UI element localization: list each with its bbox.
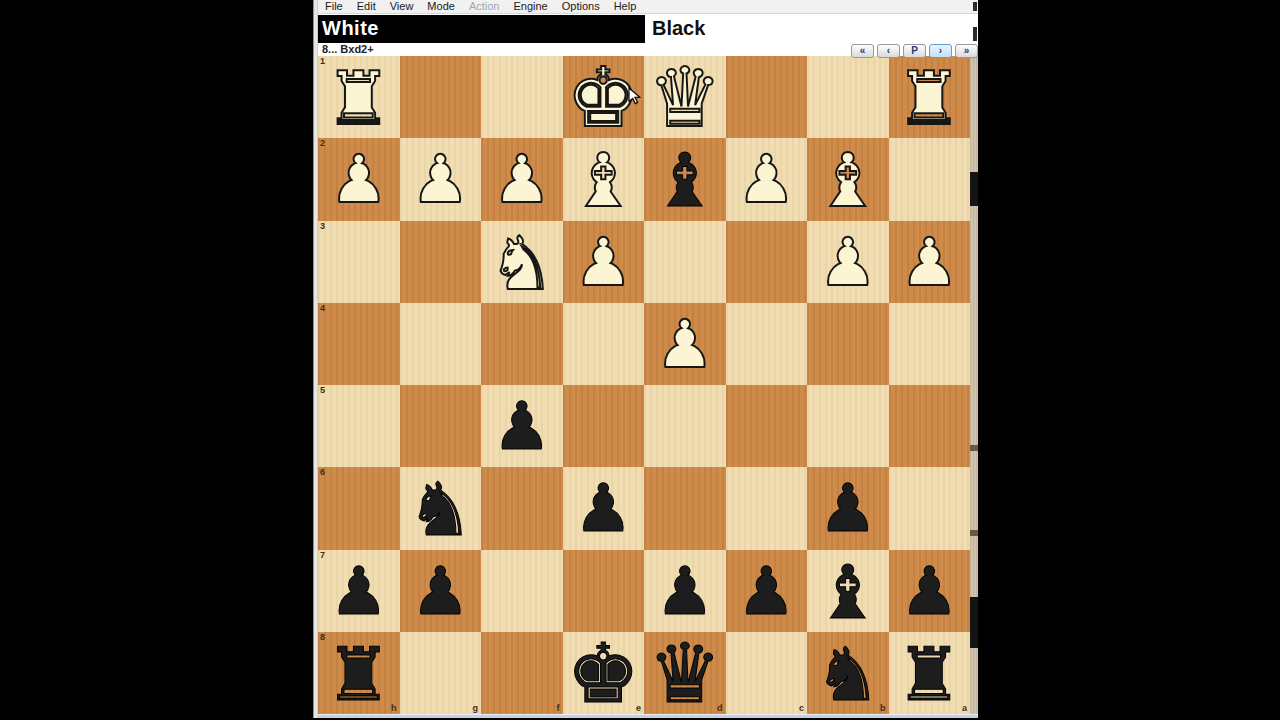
black-rook-h8[interactable]: ♜ <box>326 635 392 711</box>
square-e8[interactable]: e♚ <box>563 632 645 714</box>
square-g2[interactable]: ♟ <box>400 138 482 220</box>
square-a6[interactable] <box>889 467 971 549</box>
cutoff-panel-fragment <box>970 597 978 648</box>
letterbox-stage: FileEditViewModeActionEngineOptionsHelp … <box>0 0 1280 720</box>
white-rook-h1[interactable]: ♜ <box>326 59 392 135</box>
black-pawn-g7[interactable]: ♟ <box>411 557 470 625</box>
rank-label-3: 3 <box>320 221 325 231</box>
menu-item-help[interactable]: Help <box>607 0 644 13</box>
black-pawn-h7[interactable]: ♟ <box>329 557 388 625</box>
square-h8[interactable]: 8h♜ <box>318 632 400 714</box>
black-pawn-f5[interactable]: ♟ <box>492 392 551 460</box>
square-b1[interactable] <box>807 56 889 138</box>
square-d1[interactable]: ♛ <box>644 56 726 138</box>
file-label-e: e <box>636 703 641 713</box>
mouse-cursor-icon <box>628 87 641 105</box>
white-rook-a1[interactable]: ♜ <box>896 59 962 135</box>
square-c6[interactable] <box>726 467 808 549</box>
square-g6[interactable]: ♞ <box>400 467 482 549</box>
square-h6[interactable]: 6 <box>318 467 400 549</box>
square-g1[interactable] <box>400 56 482 138</box>
black-pawn-b6[interactable]: ♟ <box>818 474 877 542</box>
square-c2[interactable]: ♟ <box>726 138 808 220</box>
file-label-a: a <box>962 703 967 713</box>
white-pawn-a3[interactable]: ♟ <box>900 228 959 296</box>
white-bishop-e2[interactable]: ♝ <box>570 141 636 217</box>
square-a4[interactable] <box>889 303 971 385</box>
nav-play-button[interactable]: P <box>903 44 926 58</box>
file-label-b: b <box>880 703 886 713</box>
square-c7[interactable]: ♟ <box>726 550 808 632</box>
menu-bar: FileEditViewModeActionEngineOptionsHelp <box>318 0 978 14</box>
square-b3[interactable]: ♟ <box>807 221 889 303</box>
nav-button-group: «‹P›» <box>851 44 978 58</box>
cutoff-right-panel <box>970 56 978 714</box>
rank-label-7: 7 <box>320 550 325 560</box>
rank-label-2: 2 <box>320 138 325 148</box>
square-g8[interactable]: g <box>400 632 482 714</box>
chess-app-window: FileEditViewModeActionEngineOptionsHelp … <box>313 0 978 718</box>
nav-start-button[interactable]: « <box>851 44 874 58</box>
square-g7[interactable]: ♟ <box>400 550 482 632</box>
white-queen-d1[interactable]: ♛ <box>648 56 722 138</box>
square-g5[interactable] <box>400 385 482 467</box>
white-pawn-e3[interactable]: ♟ <box>574 228 633 296</box>
player-header: White Black <box>318 15 978 43</box>
square-b7[interactable]: ♝ <box>807 550 889 632</box>
white-knight-f3[interactable]: ♞ <box>489 224 555 300</box>
square-d2[interactable]: ♝ <box>644 138 726 220</box>
white-player-label: White <box>318 15 645 43</box>
cutoff-panel-fragment <box>970 172 978 206</box>
white-pawn-f2[interactable]: ♟ <box>492 145 551 213</box>
square-f7[interactable] <box>481 550 563 632</box>
square-a3[interactable]: ♟ <box>889 221 971 303</box>
square-f6[interactable] <box>481 467 563 549</box>
square-a2[interactable] <box>889 138 971 220</box>
square-h2[interactable]: 2♟ <box>318 138 400 220</box>
cutoff-text-fragment <box>973 2 977 11</box>
menu-item-mode[interactable]: Mode <box>420 0 462 13</box>
black-queen-d8[interactable]: ♛ <box>648 632 722 714</box>
nav-end-button[interactable]: » <box>955 44 978 58</box>
square-d4[interactable]: ♟ <box>644 303 726 385</box>
square-c5[interactable] <box>726 385 808 467</box>
nav-back-button[interactable]: ‹ <box>877 44 900 58</box>
square-a5[interactable] <box>889 385 971 467</box>
square-a1[interactable]: ♜ <box>889 56 971 138</box>
square-d7[interactable]: ♟ <box>644 550 726 632</box>
square-b8[interactable]: b♞ <box>807 632 889 714</box>
rank-label-8: 8 <box>320 632 325 642</box>
square-c4[interactable] <box>726 303 808 385</box>
square-e2[interactable]: ♝ <box>563 138 645 220</box>
black-pawn-c7[interactable]: ♟ <box>737 557 796 625</box>
menu-item-action[interactable]: Action <box>462 0 507 13</box>
square-f2[interactable]: ♟ <box>481 138 563 220</box>
square-f8[interactable]: f <box>481 632 563 714</box>
file-label-c: c <box>799 703 804 713</box>
black-player-label: Black <box>652 15 705 42</box>
square-e5[interactable] <box>563 385 645 467</box>
black-knight-b8[interactable]: ♞ <box>815 635 881 711</box>
square-c1[interactable] <box>726 56 808 138</box>
black-knight-g6[interactable]: ♞ <box>407 470 473 546</box>
square-e7[interactable] <box>563 550 645 632</box>
square-b5[interactable] <box>807 385 889 467</box>
window-bottom-edge <box>318 714 978 718</box>
square-h5[interactable]: 5 <box>318 385 400 467</box>
square-e6[interactable]: ♟ <box>563 467 645 549</box>
black-pawn-a7[interactable]: ♟ <box>900 557 959 625</box>
black-king-e8[interactable]: ♚ <box>566 632 640 714</box>
square-e3[interactable]: ♟ <box>563 221 645 303</box>
menu-item-edit[interactable]: Edit <box>350 0 383 13</box>
black-bishop-d2[interactable]: ♝ <box>652 141 718 217</box>
square-f4[interactable] <box>481 303 563 385</box>
square-d3[interactable] <box>644 221 726 303</box>
white-pawn-b3[interactable]: ♟ <box>818 228 877 296</box>
square-f3[interactable]: ♞ <box>481 221 563 303</box>
black-rook-a8[interactable]: ♜ <box>896 635 962 711</box>
square-d5[interactable] <box>644 385 726 467</box>
square-e4[interactable] <box>563 303 645 385</box>
square-b6[interactable]: ♟ <box>807 467 889 549</box>
square-h7[interactable]: 7♟ <box>318 550 400 632</box>
white-pawn-d4[interactable]: ♟ <box>655 310 714 378</box>
square-h1[interactable]: 1♜ <box>318 56 400 138</box>
menu-item-view[interactable]: View <box>383 0 421 13</box>
nav-forward-button[interactable]: › <box>929 44 952 58</box>
rank-label-1: 1 <box>320 56 325 66</box>
square-g4[interactable] <box>400 303 482 385</box>
white-pawn-h2[interactable]: ♟ <box>329 145 388 213</box>
square-h4[interactable]: 4 <box>318 303 400 385</box>
menu-item-engine[interactable]: Engine <box>506 0 554 13</box>
file-label-d: d <box>717 703 723 713</box>
black-pawn-d7[interactable]: ♟ <box>655 557 714 625</box>
black-bishop-b7[interactable]: ♝ <box>815 553 881 629</box>
chess-board: 1♜♚♛♜2♟♟♟♝♝♟♝3♞♟♟♟4♟5♟6♞♟♟7♟♟♟♟♝♟8h♜gfe♚… <box>318 56 970 714</box>
square-f1[interactable] <box>481 56 563 138</box>
square-b2[interactable]: ♝ <box>807 138 889 220</box>
square-c3[interactable] <box>726 221 808 303</box>
white-pawn-c2[interactable]: ♟ <box>737 145 796 213</box>
white-pawn-g2[interactable]: ♟ <box>411 145 470 213</box>
last-move-text: 8... Bxd2+ <box>322 43 374 56</box>
file-label-h: h <box>391 703 397 713</box>
rank-label-4: 4 <box>320 303 325 313</box>
square-d6[interactable] <box>644 467 726 549</box>
black-pawn-e6[interactable]: ♟ <box>574 474 633 542</box>
square-c8[interactable]: c <box>726 632 808 714</box>
square-a8[interactable]: a♜ <box>889 632 971 714</box>
menu-item-file[interactable]: File <box>318 0 350 13</box>
file-label-f: f <box>557 703 560 713</box>
rank-label-5: 5 <box>320 385 325 395</box>
square-d8[interactable]: d♛ <box>644 632 726 714</box>
cutoff-panel-fragment <box>970 445 978 451</box>
square-f5[interactable]: ♟ <box>481 385 563 467</box>
square-b4[interactable] <box>807 303 889 385</box>
square-g3[interactable] <box>400 221 482 303</box>
cutoff-text-fragment <box>973 27 977 41</box>
square-h3[interactable]: 3 <box>318 221 400 303</box>
white-bishop-b2[interactable]: ♝ <box>815 141 881 217</box>
move-toolbar: 8... Bxd2+ «‹P›» <box>318 43 978 56</box>
menu-item-options[interactable]: Options <box>555 0 607 13</box>
rank-label-6: 6 <box>320 467 325 477</box>
cutoff-panel-fragment <box>970 530 978 536</box>
file-label-g: g <box>473 703 479 713</box>
square-a7[interactable]: ♟ <box>889 550 971 632</box>
